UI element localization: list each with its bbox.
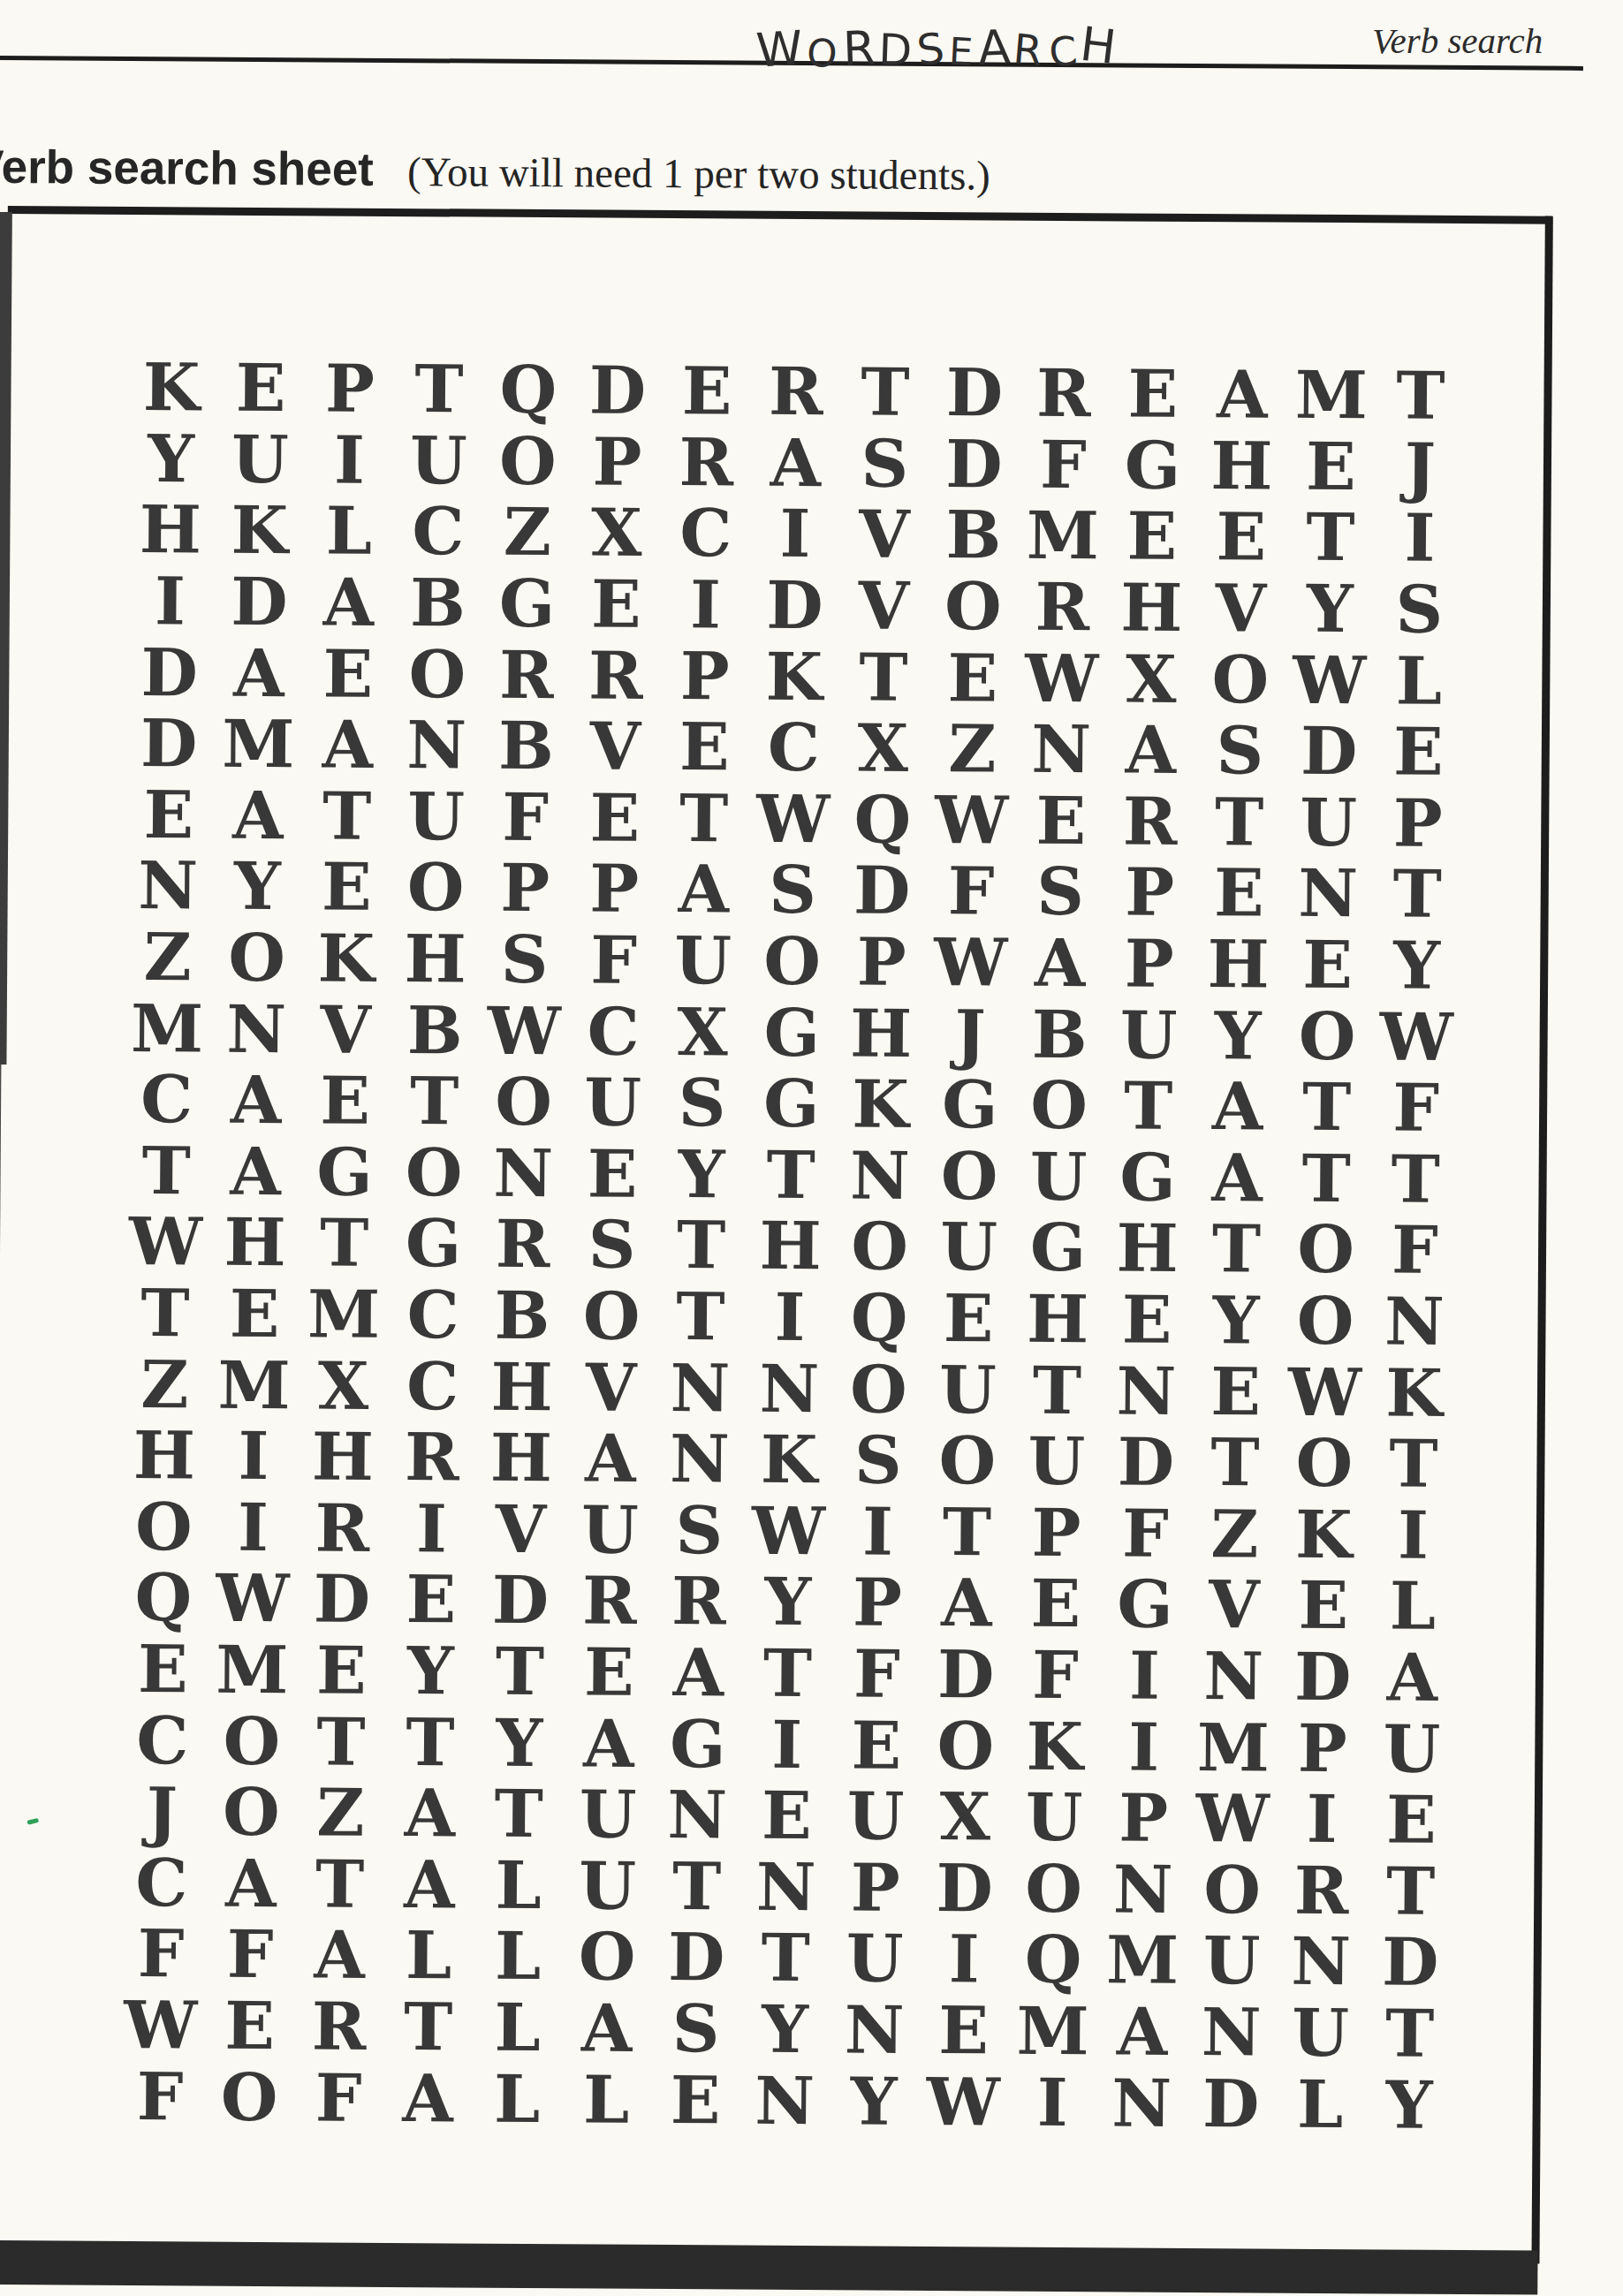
grid-cell: A <box>1106 714 1196 785</box>
grid-cell: N <box>1283 858 1373 929</box>
grid-cell: F <box>1101 1497 1191 1569</box>
grid-cell: C <box>661 497 751 569</box>
grid-cell: A <box>303 709 393 780</box>
grid-cell: A <box>654 1637 744 1709</box>
grid-cell: I <box>919 1923 1009 1995</box>
grid-cell: C <box>118 1704 208 1776</box>
grid-cell: Q <box>1008 1924 1098 1996</box>
grid-cell: E <box>297 1634 387 1706</box>
grid-cell: T <box>295 1848 385 1920</box>
grid-cell: E <box>1107 501 1197 572</box>
grid-cell: N <box>1098 1853 1188 1925</box>
grid-cell: W <box>926 927 1016 998</box>
grid-cell: V <box>571 710 661 782</box>
grid-cell: H <box>477 1351 567 1422</box>
grid-cell: I <box>125 565 216 637</box>
grid-cell: E <box>570 782 660 853</box>
grid-cell: H <box>1107 572 1197 643</box>
grid-cell: U <box>568 1066 658 1138</box>
handwritten-letter: S <box>914 23 949 74</box>
grid-cell: E <box>118 1633 209 1705</box>
grid-cell: Y <box>213 851 303 922</box>
grid-cell: F <box>569 924 659 996</box>
grid-cell: A <box>751 427 841 498</box>
grid-cell: O <box>835 1210 925 1282</box>
grid-cell: G <box>1108 429 1198 501</box>
grid-cell: U <box>830 1922 920 1994</box>
grid-cell: V <box>839 570 929 641</box>
handwritten-letter: W <box>755 20 807 78</box>
grid-cell: F <box>116 1918 206 1989</box>
grid-cell: C <box>393 496 483 567</box>
grid-cell: G <box>1103 1141 1193 1213</box>
handwritten-letter: R <box>842 20 878 75</box>
grid-cell: O <box>929 571 1019 642</box>
grid-cell: Z <box>296 1777 386 1848</box>
grid-cell: W <box>1017 642 1107 714</box>
scan-edge-shadow-tail <box>0 1065 1 1321</box>
grid-cell: N <box>1096 2067 1187 2139</box>
grid-cell: D <box>297 1563 387 1634</box>
grid-cell: W <box>1285 644 1375 716</box>
grid-cell: L <box>1374 645 1464 716</box>
grid-cell: O <box>479 1066 569 1138</box>
grid-cell: N <box>1276 1926 1366 1997</box>
grid-cell: T <box>120 1277 210 1349</box>
grid-cell: E <box>124 779 214 851</box>
grid-cell: K <box>1279 1498 1369 1570</box>
grid-cell: N <box>211 993 301 1065</box>
grid-cell: T <box>394 353 484 425</box>
grid-cell: L <box>472 2063 562 2134</box>
grid-cell: A <box>658 853 748 925</box>
handwritten-letter: R <box>1012 25 1046 74</box>
grid-cell: A <box>294 1919 384 1990</box>
grid-cell: S <box>657 1067 747 1139</box>
grid-cell: D <box>125 708 215 779</box>
grid-cell: R <box>1277 1854 1367 1926</box>
grid-cell: E <box>662 355 752 427</box>
grid-cell: I <box>833 1496 923 1567</box>
grid-cell: U <box>1012 1426 1102 1497</box>
grid-cell: T <box>840 356 930 428</box>
grid-cell: I <box>1100 1640 1190 1711</box>
grid-cell: K <box>744 1424 834 1496</box>
grid-cell: T <box>390 1065 480 1137</box>
grid-cell: D <box>1101 1426 1191 1497</box>
grid-cell: F <box>1019 428 1109 500</box>
grid-cell: F <box>832 1638 922 1709</box>
grid-cell: X <box>838 712 929 784</box>
grid-cell: W <box>208 1563 298 1634</box>
grid-cell: R <box>482 639 572 710</box>
grid-cell: D <box>1365 1926 1455 1997</box>
grid-cell: O <box>392 638 482 709</box>
grid-cell: H <box>746 1210 836 1282</box>
grid-cell: A <box>1097 1996 1187 2067</box>
grid-cell: W <box>1371 1001 1461 1072</box>
grid-cell: L <box>383 1920 474 1991</box>
grid-cell: O <box>924 1140 1014 1212</box>
grid-cell: L <box>1275 2068 1365 2140</box>
grid-cell: N <box>124 850 214 921</box>
grid-cell: T <box>1194 786 1285 858</box>
grid-cell: S <box>833 1424 923 1496</box>
grid-cell: O <box>1280 1284 1370 1356</box>
grid-cell: T <box>383 1991 474 2063</box>
grid-cell: F <box>115 2060 205 2132</box>
grid-cell: T <box>922 1496 1012 1567</box>
grid-cell: P <box>832 1566 922 1638</box>
grid-cell: T <box>300 1207 390 1278</box>
grid-cell: N <box>1369 1285 1460 1357</box>
grid-cell: U <box>1013 1140 1103 1212</box>
grid-cell: O <box>834 1353 924 1425</box>
grid-cell: H <box>298 1421 388 1492</box>
grid-cell: E <box>1278 1570 1369 1641</box>
grid-cell: T <box>1369 1428 1459 1499</box>
grid-cell: P <box>830 1852 921 1923</box>
grid-cell: E <box>303 638 393 709</box>
grid-cell: T <box>743 1637 833 1709</box>
grid-cell: Z <box>123 921 213 993</box>
grid-cell: Y <box>1372 929 1462 1001</box>
grid-cell: U <box>1103 999 1194 1071</box>
grid-cell: O <box>1009 1853 1099 1924</box>
grid-cell: E <box>302 851 392 922</box>
scanned-worksheet-page: { "game": "word-search", "page": { "hand… <box>0 0 1623 2296</box>
grid-cell: G <box>1100 1568 1190 1640</box>
grid-cell: U <box>1010 1781 1100 1853</box>
grid-cell: F <box>926 855 1016 927</box>
grid-cell: T <box>652 1850 742 1921</box>
grid-cell: O <box>921 1709 1011 1781</box>
grid-cell: A <box>1015 927 1105 998</box>
grid-cell: T <box>838 641 929 713</box>
grid-cell: T <box>1282 1072 1372 1143</box>
grid-cell: T <box>659 783 749 854</box>
grid-cell: E <box>1194 857 1284 928</box>
grid-cell: X <box>572 496 662 568</box>
grid-cell: T <box>121 1134 211 1206</box>
grid-cell: C <box>749 712 839 784</box>
grid-cell: R <box>1018 571 1108 642</box>
grid-cell: E <box>565 1636 655 1708</box>
grid-cell: V <box>1189 1569 1279 1641</box>
grid-cell: O <box>566 1280 656 1352</box>
grid-cell: P <box>481 852 571 924</box>
page-header-label: Verb search <box>1372 19 1584 62</box>
grid-cell: A <box>1193 1071 1283 1142</box>
grid-cell: X <box>921 1781 1011 1853</box>
grid-cell: R <box>1105 785 1195 857</box>
grid-cell: E <box>928 641 1018 713</box>
grid-cell: E <box>1102 1284 1192 1355</box>
grid-cell: B <box>390 994 480 1065</box>
grid-cell: Y <box>829 2065 919 2137</box>
grid-cell: X <box>299 1350 389 1421</box>
grid-cell: U <box>658 925 748 996</box>
grid-cell: C <box>388 1279 478 1351</box>
grid-cell: Z <box>1190 1497 1280 1569</box>
grid-cell: A <box>564 1708 654 1779</box>
grid-cell: P <box>1099 1782 1189 1853</box>
grid-cell: I <box>742 1709 832 1780</box>
grid-cell: A <box>304 566 394 638</box>
grid-cell: T <box>1370 1143 1460 1215</box>
grid-cell: O <box>207 1776 297 1847</box>
grid-cell: M <box>122 992 212 1064</box>
grid-cell: D <box>1278 1641 1369 1712</box>
grid-cell: U <box>831 1780 921 1852</box>
grid-cell: N <box>835 1140 925 1211</box>
grid-cell: N <box>1017 714 1107 785</box>
grid-cell: L <box>474 1849 564 1921</box>
grid-cell: I <box>1099 1711 1189 1783</box>
grid-cell: A <box>384 1848 474 1920</box>
scan-green-speck <box>27 1818 39 1825</box>
grid-cell: E <box>1191 1355 1281 1427</box>
grid-cell: E <box>205 1989 295 2061</box>
grid-cell: O <box>562 1921 652 1992</box>
grid-cell: O <box>483 425 573 496</box>
grid-cell: H <box>1012 1283 1103 1354</box>
grid-cell: V <box>300 994 391 1065</box>
grid-cell: E <box>216 352 306 424</box>
grid-cell: C <box>117 1846 207 1918</box>
grid-cell: Y <box>743 1566 833 1638</box>
grid-cell: E <box>1283 928 1373 1000</box>
grid-cell: W <box>121 1206 211 1277</box>
grid-cell: R <box>571 640 661 711</box>
grid-cell: O <box>1282 1000 1372 1072</box>
grid-cell: S <box>1195 715 1286 786</box>
grid-cell: I <box>209 1491 299 1563</box>
grid-cell: U <box>1276 1997 1366 2068</box>
grid-cell: H <box>476 1422 566 1494</box>
grid-cell: U <box>565 1494 656 1565</box>
grid-cell: N <box>1189 1641 1279 1712</box>
grid-cell: D <box>837 854 927 926</box>
grid-cell: E <box>1016 784 1106 856</box>
grid-cell: E <box>1367 1784 1457 1855</box>
grid-cell: Q <box>483 354 573 426</box>
grid-cell: P <box>573 426 663 497</box>
grid-cell: S <box>1015 856 1105 928</box>
grid-cell: D <box>215 565 305 637</box>
grid-cell: M <box>1188 1711 1278 1783</box>
grid-cell: K <box>301 922 391 994</box>
grid-cell: L <box>473 1921 563 1992</box>
grid-cell: I <box>305 424 395 496</box>
handwritten-letter: E <box>948 29 975 73</box>
grid-cell: A <box>211 1065 301 1136</box>
grid-cell: B <box>929 499 1019 571</box>
grid-cell: H <box>119 1420 209 1491</box>
grid-cell: S <box>655 1494 745 1565</box>
grid-cell: H <box>1194 928 1284 1000</box>
grid-cell: D <box>1285 716 1375 787</box>
grid-cell: H <box>125 494 216 565</box>
grid-cell: A <box>383 2062 473 2133</box>
scan-skew-layer: Verb search sheet (You will need 1 per t… <box>0 0 1623 2296</box>
grid-cell: L <box>1368 1570 1458 1641</box>
grid-cell: T <box>1365 1997 1455 2069</box>
grid-cell: W <box>1188 1783 1278 1854</box>
grid-cell: M <box>214 709 304 780</box>
grid-cell: O <box>1195 643 1286 715</box>
grid-cell: V <box>839 499 929 571</box>
grid-cell: M <box>1018 500 1108 572</box>
grid-cell: G <box>925 1069 1015 1140</box>
grid-cell: B <box>482 710 572 782</box>
grid-cell: E <box>923 1283 1013 1354</box>
grid-cell: I <box>745 1281 835 1353</box>
grid-cell: A <box>210 1135 300 1207</box>
grid-cell: R <box>387 1421 477 1493</box>
grid-cell: M <box>208 1633 298 1705</box>
grid-cell: W <box>479 995 569 1066</box>
grid-cell: O <box>389 1136 479 1208</box>
grid-cell: I <box>661 569 751 640</box>
grid-cell: I <box>1007 2066 1097 2138</box>
grid-cell: T <box>302 780 392 852</box>
grid-cell: D <box>125 636 215 708</box>
grid-cell: K <box>749 640 839 712</box>
grid-cell: D <box>750 569 840 640</box>
grid-cell: G <box>300 1136 390 1208</box>
grid-cell: R <box>565 1565 655 1636</box>
grid-cell: U <box>391 781 482 852</box>
grid-cell: G <box>482 567 573 639</box>
grid-cell: T <box>385 1706 475 1777</box>
grid-cell: N <box>653 1779 743 1851</box>
grid-cell: H <box>210 1207 300 1278</box>
grid-cell: B <box>1014 998 1104 1070</box>
grid-cell: H <box>1197 430 1287 502</box>
grid-cell: Y <box>386 1635 476 1707</box>
grid-cell: Y <box>1193 999 1283 1071</box>
grid-cell: H <box>391 923 481 995</box>
grid-cell: E <box>919 1995 1009 2066</box>
grid-cell: Z <box>928 713 1018 784</box>
grid-cell: N <box>1187 1997 1277 2068</box>
grid-cell: U <box>1284 786 1374 858</box>
grid-cell: U <box>1367 1713 1457 1785</box>
grid-cell: X <box>1106 643 1196 715</box>
grid-cell: N <box>830 1994 920 2065</box>
grid-cell: N <box>745 1353 835 1424</box>
grid-cell: O <box>204 2061 294 2133</box>
grid-cell: A <box>562 1992 652 2064</box>
grid-cell: E <box>1011 1568 1101 1640</box>
grid-cell: J <box>925 997 1015 1069</box>
puzzle-box-border-top <box>8 206 1552 224</box>
grid-cell: R <box>294 1990 384 2062</box>
grid-cell: O <box>119 1490 209 1562</box>
grid-cell: E <box>742 1779 832 1851</box>
grid-cell: F <box>293 2062 383 2133</box>
grid-cell: P <box>1104 928 1194 999</box>
grid-cell: O <box>391 852 482 923</box>
grid-cell: I <box>1369 1499 1459 1571</box>
grid-cell: T <box>475 1635 565 1707</box>
grid-cell: L <box>304 495 394 566</box>
grid-cell: D <box>921 1639 1012 1710</box>
scan-bottom-bar <box>0 2240 1538 2295</box>
grid-cell: V <box>476 1493 566 1565</box>
grid-cell: K <box>1369 1357 1460 1428</box>
grid-cell: B <box>477 1279 567 1351</box>
grid-cell: Z <box>120 1348 210 1420</box>
grid-cell: O <box>1279 1428 1369 1499</box>
grid-cell: U <box>1187 1925 1277 1997</box>
grid-cell: O <box>212 921 302 993</box>
grid-cell: E <box>650 2064 740 2135</box>
grid-cell: T <box>1372 858 1462 929</box>
handwritten-letter: C <box>1047 27 1081 76</box>
grid-cell: W <box>116 1989 206 2061</box>
grid-cell: S <box>747 854 838 926</box>
grid-cell: E <box>831 1709 921 1781</box>
grid-cell: Y <box>1364 2069 1454 2141</box>
grid-cell: Q <box>118 1562 209 1633</box>
grid-cell: M <box>209 1349 300 1421</box>
grid-cell: D <box>929 357 1020 428</box>
grid-cell: U <box>564 1778 654 1850</box>
grid-cell: F <box>1011 1639 1101 1710</box>
grid-cell: D <box>651 1921 741 1993</box>
grid-cell: S <box>480 923 570 995</box>
grid-cell: D <box>1186 2067 1276 2139</box>
sheet-note: (You will need 1 per two students.) <box>407 148 990 199</box>
grid-cell: A <box>1192 1142 1282 1214</box>
grid-cell: K <box>215 495 305 566</box>
grid-cell: S <box>651 1993 741 2065</box>
grid-cell: N <box>392 709 482 781</box>
grid-cell: R <box>478 1209 568 1280</box>
grid-cell: G <box>1013 1212 1103 1284</box>
grid-cell: A <box>206 1847 296 1919</box>
grid-cell: T <box>1103 1070 1194 1141</box>
grid-cell: W <box>918 2065 1008 2137</box>
grid-cell: T <box>1281 1142 1371 1214</box>
grid-cell: K <box>1010 1710 1100 1782</box>
grid-cell: T <box>656 1281 746 1353</box>
grid-cell: E <box>209 1277 300 1349</box>
grid-cell: T <box>1366 1855 1456 1927</box>
grid-cell: E <box>660 711 750 783</box>
grid-cell: U <box>394 425 484 496</box>
grid-cell: I <box>209 1421 299 1492</box>
letter-grid: KEPTQDERTDREAMTYUIUOPRASDFGHEJHKLCZXCIVB… <box>115 352 1465 2141</box>
grid-cell: D <box>920 1852 1010 1923</box>
grid-cell: A <box>214 637 304 709</box>
grid-cell: Y <box>1191 1284 1281 1356</box>
grid-cell: G <box>653 1708 743 1779</box>
grid-cell: F <box>1370 1214 1460 1285</box>
grid-cell: M <box>1286 360 1377 431</box>
grid-cell: D <box>475 1565 565 1636</box>
grid-cell: J <box>1376 431 1466 503</box>
grid-cell: R <box>751 356 841 428</box>
grid-cell: T <box>474 1777 565 1849</box>
grid-cell: G <box>747 996 837 1068</box>
grid-cell: W <box>744 1495 834 1566</box>
grid-cell: O <box>1281 1214 1371 1285</box>
grid-cell: F <box>205 1919 295 1990</box>
handwritten-letter: A <box>976 19 1012 75</box>
